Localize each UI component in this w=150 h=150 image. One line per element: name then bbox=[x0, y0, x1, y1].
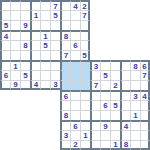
empty-cell[interactable] bbox=[10, 70, 20, 80]
given-digit-cell[interactable]: 3 bbox=[130, 90, 140, 100]
empty-cell[interactable] bbox=[50, 30, 60, 40]
given-digit-cell[interactable]: 3 bbox=[90, 60, 100, 70]
given-digit-cell[interactable]: 2 bbox=[70, 140, 80, 150]
sudoku-board: 7421575941885675138665579437263465816943… bbox=[0, 0, 150, 150]
empty-space bbox=[10, 100, 20, 110]
given-digit-cell[interactable]: 8 bbox=[20, 40, 30, 50]
empty-space bbox=[140, 20, 150, 30]
empty-cell[interactable] bbox=[20, 10, 30, 20]
given-digit-cell[interactable]: 1 bbox=[10, 60, 20, 70]
empty-cell[interactable] bbox=[0, 80, 10, 90]
empty-cell[interactable] bbox=[140, 80, 150, 90]
empty-cell[interactable] bbox=[90, 120, 100, 130]
empty-cell[interactable] bbox=[120, 60, 130, 70]
empty-cell[interactable] bbox=[80, 20, 90, 30]
empty-cell[interactable] bbox=[20, 30, 30, 40]
empty-space bbox=[0, 100, 10, 110]
given-digit-cell[interactable]: 4 bbox=[70, 0, 80, 10]
empty-space bbox=[140, 30, 150, 40]
given-digit-cell[interactable]: 3 bbox=[60, 130, 70, 140]
empty-space bbox=[90, 30, 100, 40]
empty-cell[interactable] bbox=[60, 140, 70, 150]
given-digit-cell[interactable]: 1 bbox=[30, 10, 40, 20]
empty-space bbox=[140, 50, 150, 60]
empty-space bbox=[120, 40, 130, 50]
empty-space bbox=[130, 20, 140, 30]
empty-cell[interactable] bbox=[50, 40, 60, 50]
empty-cell[interactable] bbox=[60, 40, 70, 50]
empty-space bbox=[20, 100, 30, 110]
given-digit-cell[interactable]: 6 bbox=[70, 40, 80, 50]
empty-space bbox=[30, 90, 40, 100]
empty-cell[interactable] bbox=[120, 80, 130, 90]
empty-space bbox=[40, 120, 50, 130]
empty-cell[interactable] bbox=[50, 50, 60, 60]
given-digit-cell[interactable]: 1 bbox=[110, 140, 120, 150]
empty-cell[interactable] bbox=[80, 30, 90, 40]
empty-space bbox=[100, 50, 110, 60]
empty-cell[interactable] bbox=[70, 100, 80, 110]
given-digit-cell[interactable]: 7 bbox=[140, 70, 150, 80]
empty-space bbox=[20, 140, 30, 150]
empty-cell[interactable] bbox=[120, 90, 130, 100]
empty-cell[interactable] bbox=[50, 70, 60, 80]
empty-cell[interactable] bbox=[90, 140, 100, 150]
empty-space bbox=[40, 130, 50, 140]
empty-cell[interactable] bbox=[10, 0, 20, 10]
empty-space bbox=[110, 50, 120, 60]
empty-cell[interactable] bbox=[140, 120, 150, 130]
given-digit-cell[interactable]: 7 bbox=[60, 50, 70, 60]
overlap-cell[interactable] bbox=[80, 70, 90, 80]
empty-cell[interactable] bbox=[80, 120, 90, 130]
empty-space bbox=[30, 130, 40, 140]
overlap-cell[interactable] bbox=[80, 60, 90, 70]
empty-cell[interactable] bbox=[120, 70, 130, 80]
empty-cell[interactable] bbox=[0, 0, 10, 10]
empty-cell[interactable] bbox=[40, 50, 50, 60]
empty-space bbox=[130, 30, 140, 40]
given-digit-cell[interactable]: 5 bbox=[0, 20, 10, 30]
empty-cell[interactable] bbox=[90, 90, 100, 100]
given-digit-cell[interactable]: 4 bbox=[30, 80, 40, 90]
empty-cell[interactable] bbox=[140, 100, 150, 110]
given-digit-cell[interactable]: 5 bbox=[100, 70, 110, 80]
given-digit-cell[interactable]: 1 bbox=[40, 30, 50, 40]
given-digit-cell[interactable]: 6 bbox=[70, 120, 80, 130]
given-digit-cell[interactable]: 6 bbox=[0, 70, 10, 80]
empty-space bbox=[110, 0, 120, 10]
empty-space bbox=[40, 110, 50, 120]
empty-space bbox=[10, 90, 20, 100]
empty-cell[interactable] bbox=[60, 120, 70, 130]
empty-cell[interactable] bbox=[40, 80, 50, 90]
empty-cell[interactable] bbox=[100, 90, 110, 100]
empty-cell[interactable] bbox=[30, 40, 40, 50]
empty-space bbox=[10, 110, 20, 120]
empty-space bbox=[50, 120, 60, 130]
empty-cell[interactable] bbox=[60, 10, 70, 20]
empty-space bbox=[50, 140, 60, 150]
empty-space bbox=[140, 0, 150, 10]
empty-cell[interactable] bbox=[60, 0, 70, 10]
empty-cell[interactable] bbox=[100, 60, 110, 70]
given-digit-cell[interactable]: 4 bbox=[120, 120, 130, 130]
empty-cell[interactable] bbox=[70, 10, 80, 20]
empty-cell[interactable] bbox=[130, 80, 140, 90]
empty-space bbox=[130, 40, 140, 50]
empty-space bbox=[50, 130, 60, 140]
empty-space bbox=[110, 20, 120, 30]
empty-space bbox=[110, 40, 120, 50]
empty-space bbox=[90, 10, 100, 20]
empty-cell[interactable] bbox=[100, 80, 110, 90]
empty-cell[interactable] bbox=[130, 120, 140, 130]
empty-cell[interactable] bbox=[50, 60, 60, 70]
empty-space bbox=[120, 10, 130, 20]
given-digit-cell[interactable]: 8 bbox=[130, 60, 140, 70]
empty-space bbox=[50, 110, 60, 120]
empty-cell[interactable] bbox=[110, 130, 120, 140]
empty-cell[interactable] bbox=[0, 50, 10, 60]
given-digit-cell[interactable]: 9 bbox=[100, 120, 110, 130]
given-digit-cell[interactable]: 6 bbox=[140, 60, 150, 70]
empty-cell[interactable] bbox=[110, 110, 120, 120]
empty-cell[interactable] bbox=[0, 40, 10, 50]
empty-cell[interactable] bbox=[40, 20, 50, 30]
empty-cell[interactable] bbox=[110, 120, 120, 130]
empty-space bbox=[110, 10, 120, 20]
empty-cell[interactable] bbox=[90, 110, 100, 120]
empty-cell[interactable] bbox=[20, 0, 30, 10]
empty-space bbox=[140, 10, 150, 20]
overlap-cell[interactable] bbox=[70, 70, 80, 80]
empty-space bbox=[30, 140, 40, 150]
given-digit-cell[interactable]: 9 bbox=[10, 80, 20, 90]
empty-space bbox=[0, 130, 10, 140]
empty-cell[interactable] bbox=[60, 20, 70, 30]
empty-space bbox=[0, 110, 10, 120]
empty-space bbox=[40, 140, 50, 150]
empty-cell[interactable] bbox=[140, 110, 150, 120]
empty-space bbox=[90, 0, 100, 10]
empty-space bbox=[120, 20, 130, 30]
empty-cell[interactable] bbox=[80, 40, 90, 50]
empty-cell[interactable] bbox=[70, 20, 80, 30]
empty-cell[interactable] bbox=[80, 100, 90, 110]
empty-cell[interactable] bbox=[80, 110, 90, 120]
empty-space bbox=[0, 120, 10, 130]
empty-space bbox=[130, 0, 140, 10]
given-digit-cell[interactable]: 4 bbox=[0, 30, 10, 40]
empty-space bbox=[120, 50, 130, 60]
given-digit-cell[interactable]: 9 bbox=[20, 20, 30, 30]
empty-cell[interactable] bbox=[10, 20, 20, 30]
empty-cell[interactable] bbox=[140, 140, 150, 150]
empty-cell[interactable] bbox=[30, 0, 40, 10]
empty-cell[interactable] bbox=[70, 130, 80, 140]
empty-space bbox=[30, 100, 40, 110]
empty-cell[interactable] bbox=[30, 50, 40, 60]
empty-space bbox=[130, 50, 140, 60]
empty-cell[interactable] bbox=[110, 60, 120, 70]
empty-space bbox=[0, 140, 10, 150]
empty-cell[interactable] bbox=[40, 0, 50, 10]
overlap-cell[interactable] bbox=[70, 80, 80, 90]
empty-space bbox=[10, 140, 20, 150]
given-digit-cell[interactable]: 7 bbox=[90, 80, 100, 90]
overlap-cell[interactable] bbox=[60, 80, 70, 90]
empty-cell[interactable] bbox=[110, 70, 120, 80]
empty-cell[interactable] bbox=[130, 130, 140, 140]
empty-cell[interactable] bbox=[70, 30, 80, 40]
empty-cell[interactable] bbox=[90, 100, 100, 110]
empty-cell[interactable] bbox=[70, 90, 80, 100]
empty-space bbox=[120, 30, 130, 40]
given-digit-cell[interactable]: 5 bbox=[80, 50, 90, 60]
empty-cell[interactable] bbox=[100, 140, 110, 150]
given-digit-cell[interactable]: 4 bbox=[140, 90, 150, 100]
empty-space bbox=[10, 130, 20, 140]
empty-space bbox=[110, 30, 120, 40]
overlap-cell[interactable] bbox=[80, 80, 90, 90]
empty-space bbox=[40, 90, 50, 100]
empty-space bbox=[100, 20, 110, 30]
overlap-cell[interactable] bbox=[70, 60, 80, 70]
empty-space bbox=[140, 40, 150, 50]
empty-cell[interactable] bbox=[80, 90, 90, 100]
empty-space bbox=[20, 90, 30, 100]
given-digit-cell[interactable]: 2 bbox=[80, 0, 90, 10]
empty-space bbox=[30, 120, 40, 130]
empty-space bbox=[20, 120, 30, 130]
empty-space bbox=[20, 130, 30, 140]
given-digit-cell[interactable]: 8 bbox=[120, 140, 130, 150]
empty-space bbox=[20, 110, 30, 120]
empty-cell[interactable] bbox=[0, 10, 10, 20]
empty-space bbox=[50, 100, 60, 110]
empty-cell[interactable] bbox=[50, 20, 60, 30]
empty-cell[interactable] bbox=[30, 60, 40, 70]
empty-space bbox=[130, 10, 140, 20]
empty-cell[interactable] bbox=[130, 70, 140, 80]
empty-cell[interactable] bbox=[40, 70, 50, 80]
given-digit-cell[interactable]: 6 bbox=[60, 90, 70, 100]
empty-cell[interactable] bbox=[20, 80, 30, 90]
given-digit-cell[interactable]: 5 bbox=[40, 40, 50, 50]
empty-space bbox=[40, 100, 50, 110]
empty-cell[interactable] bbox=[10, 10, 20, 20]
empty-cell[interactable] bbox=[110, 90, 120, 100]
given-digit-cell[interactable]: 1 bbox=[80, 130, 90, 140]
empty-space bbox=[100, 0, 110, 10]
empty-space bbox=[10, 120, 20, 130]
given-digit-cell[interactable]: 7 bbox=[80, 10, 90, 20]
empty-space bbox=[100, 40, 110, 50]
empty-cell[interactable] bbox=[40, 60, 50, 70]
empty-cell[interactable] bbox=[20, 60, 30, 70]
empty-cell[interactable] bbox=[130, 140, 140, 150]
empty-cell[interactable] bbox=[80, 140, 90, 150]
empty-space bbox=[90, 40, 100, 50]
empty-cell[interactable] bbox=[130, 100, 140, 110]
empty-cell[interactable] bbox=[90, 130, 100, 140]
empty-cell[interactable] bbox=[30, 30, 40, 40]
empty-cell[interactable] bbox=[120, 110, 130, 120]
given-digit-cell[interactable]: 5 bbox=[110, 100, 120, 110]
empty-cell[interactable] bbox=[70, 50, 80, 60]
empty-space bbox=[100, 30, 110, 40]
empty-cell[interactable] bbox=[100, 110, 110, 120]
empty-cell[interactable] bbox=[20, 50, 30, 60]
empty-cell[interactable] bbox=[10, 50, 20, 60]
empty-space bbox=[100, 10, 110, 20]
empty-cell[interactable] bbox=[70, 110, 80, 120]
empty-cell[interactable] bbox=[10, 30, 20, 40]
empty-cell[interactable] bbox=[30, 20, 40, 30]
given-digit-cell[interactable]: 6 bbox=[100, 100, 110, 110]
given-digit-cell[interactable]: 5 bbox=[20, 70, 30, 80]
empty-space bbox=[50, 90, 60, 100]
empty-cell[interactable] bbox=[90, 70, 100, 80]
given-digit-cell[interactable]: 5 bbox=[50, 10, 60, 20]
given-digit-cell[interactable]: 2 bbox=[110, 80, 120, 90]
empty-cell[interactable] bbox=[0, 60, 10, 70]
empty-cell[interactable] bbox=[30, 70, 40, 80]
given-digit-cell[interactable]: 8 bbox=[60, 110, 70, 120]
given-digit-cell[interactable]: 8 bbox=[60, 30, 70, 40]
empty-space bbox=[90, 20, 100, 30]
empty-cell[interactable] bbox=[60, 100, 70, 110]
given-digit-cell[interactable]: 3 bbox=[50, 80, 60, 90]
empty-space bbox=[30, 110, 40, 120]
overlap-cell[interactable] bbox=[60, 70, 70, 80]
empty-cell[interactable] bbox=[100, 130, 110, 140]
given-digit-cell[interactable]: 1 bbox=[130, 110, 140, 120]
empty-cell[interactable] bbox=[120, 100, 130, 110]
empty-space bbox=[120, 0, 130, 10]
given-digit-cell[interactable]: 7 bbox=[50, 0, 60, 10]
empty-space bbox=[0, 90, 10, 100]
empty-cell[interactable] bbox=[40, 10, 50, 20]
empty-cell[interactable] bbox=[120, 130, 130, 140]
empty-cell[interactable] bbox=[10, 40, 20, 50]
overlap-cell[interactable] bbox=[60, 60, 70, 70]
empty-space bbox=[90, 50, 100, 60]
empty-cell[interactable] bbox=[140, 130, 150, 140]
